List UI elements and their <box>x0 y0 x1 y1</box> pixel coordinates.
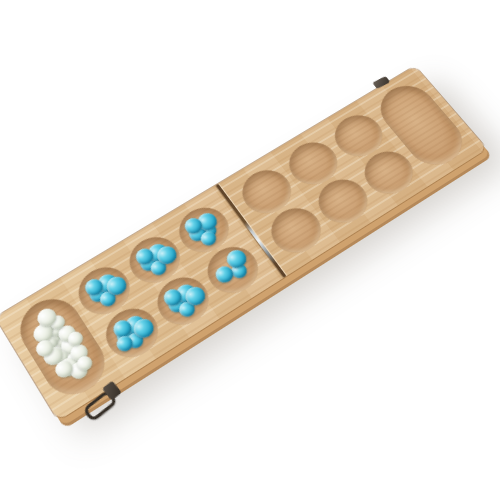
board-wrapper <box>0 66 487 421</box>
mancala-board <box>0 66 487 421</box>
product-photo-background <box>0 0 500 500</box>
latch-catch-icon <box>372 76 390 89</box>
